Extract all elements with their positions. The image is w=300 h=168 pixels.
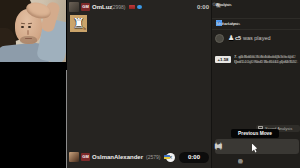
move-played-banner: ♟ c5 was played xyxy=(215,33,299,44)
player-rating: (2998) xyxy=(111,4,125,11)
played-move: c5 xyxy=(235,34,241,43)
analysis-panel: ⚙ ⚙Review⚲Analysis▢Coach ✓Self analysis✓… xyxy=(211,0,300,168)
eval-chip: +1.58 xyxy=(215,56,231,63)
mouse-cursor xyxy=(252,144,259,153)
webcam-feed xyxy=(0,0,66,62)
nose-shade xyxy=(27,30,29,35)
toggle-label: Show Lines xyxy=(216,21,238,26)
tab-label: Coach xyxy=(216,2,228,7)
playback-controls: |◀◀▶▶| xyxy=(215,139,299,154)
player-name[interactable]: OslmanAlexander xyxy=(92,153,143,161)
mouth xyxy=(25,38,32,39)
board-column: GM OmLuz (2998) 0:00 8♜♞♝♛♚♜7♟♟♟♟6♟♟♞5♟♟… xyxy=(67,0,211,168)
previous-move-tooltip: Previous Move xyxy=(231,129,279,138)
played-text: was played xyxy=(243,34,271,43)
engine-line-moves[interactable]: 7. g5 Ne4 8. Nxe4 dxe4 9. dxc5 Qxd1+ 10.… xyxy=(234,55,300,64)
avatar[interactable] xyxy=(69,2,79,12)
member-badge-icon xyxy=(137,5,142,9)
jump-to-end-button[interactable]: ▶| xyxy=(215,139,221,154)
panel-tabs: ⚙Review⚲Analysis▢Coach xyxy=(216,2,300,17)
top-player-bar: GM OmLuz (2998) 0:00 xyxy=(69,2,209,14)
title-badge: GM xyxy=(81,153,90,161)
focus-icon[interactable]: ⊕ xyxy=(238,157,242,166)
panel-footer-icons: ▥⊞⚙+↻☻<⊕ xyxy=(238,157,300,166)
white-piece-r[interactable]: ♜ xyxy=(70,15,87,32)
divider xyxy=(212,29,300,30)
bottom-player-bar: GM OslmanAlexander (2579) ✕ 0:00 xyxy=(69,152,209,164)
square-h1[interactable]: h♜ xyxy=(70,15,87,32)
pawn-icon: ♟ xyxy=(228,33,234,43)
analysis-toggles: ✓Self analysis✓Show Lines xyxy=(216,19,300,27)
top-clock: 0:00 xyxy=(187,3,209,12)
avatar[interactable] xyxy=(69,152,79,162)
eye xyxy=(21,26,24,28)
player-rating: (2579) xyxy=(146,154,160,161)
country-flag-ua xyxy=(164,155,170,159)
title-badge: GM xyxy=(81,3,90,11)
player-name[interactable]: OmLuz xyxy=(92,3,112,11)
chess-board: 8♜♞♝♛♚♜7♟♟♟♟6♟♟♞5♟♟4♝♟♝♟3♞♟2♟♟♟♞♟♟1a♜bcd… xyxy=(70,15,206,151)
country-flag xyxy=(129,5,135,9)
eye xyxy=(28,26,31,28)
engine-avatar xyxy=(215,34,224,43)
app-window: GM OmLuz (2998) 0:00 8♜♞♝♛♚♜7♟♟♟♟6♟♟♞5♟♟… xyxy=(0,0,300,168)
bottom-clock: 0:00 xyxy=(179,152,209,163)
